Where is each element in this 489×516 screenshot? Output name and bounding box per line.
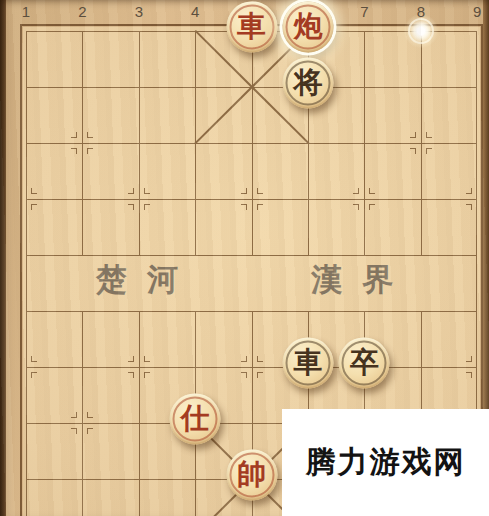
- xiangqi-board[interactable]: 楚河 漢界 123456789 車炮将車卒仕帥 腾力游戏网: [0, 0, 489, 516]
- red-general[interactable]: 帥: [226, 449, 277, 500]
- red-advisor[interactable]: 仕: [170, 393, 221, 444]
- black-soldier[interactable]: 卒: [339, 337, 390, 388]
- black-chariot[interactable]: 車: [283, 337, 334, 388]
- black-general[interactable]: 将: [283, 57, 334, 108]
- piece-glyph: 卒: [350, 348, 379, 377]
- piece-glyph: 車: [294, 348, 323, 377]
- red-cannon[interactable]: 炮: [283, 1, 334, 52]
- piece-glyph: 炮: [294, 12, 323, 41]
- piece-glyph: 帥: [237, 460, 266, 489]
- piece-glyph: 車: [237, 12, 266, 41]
- watermark: 腾力游戏网: [282, 409, 489, 516]
- red-chariot[interactable]: 車: [226, 1, 277, 52]
- piece-glyph: 仕: [181, 404, 210, 433]
- piece-glyph: 将: [294, 68, 323, 97]
- watermark-text: 腾力游戏网: [306, 442, 466, 483]
